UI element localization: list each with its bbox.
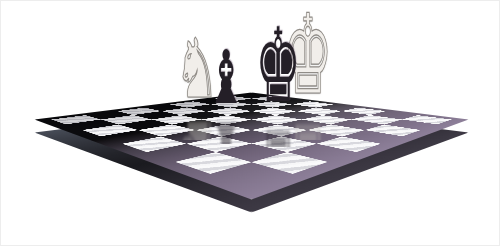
black-bishop-glyph: ♝ <box>205 40 246 114</box>
board-grid <box>51 93 451 187</box>
black-king-glyph: ♚ <box>255 15 301 117</box>
chess-board-photo: ♞ ♝ ♚ ♚ ♞ ♝ ♚ ♚ <box>0 0 500 246</box>
